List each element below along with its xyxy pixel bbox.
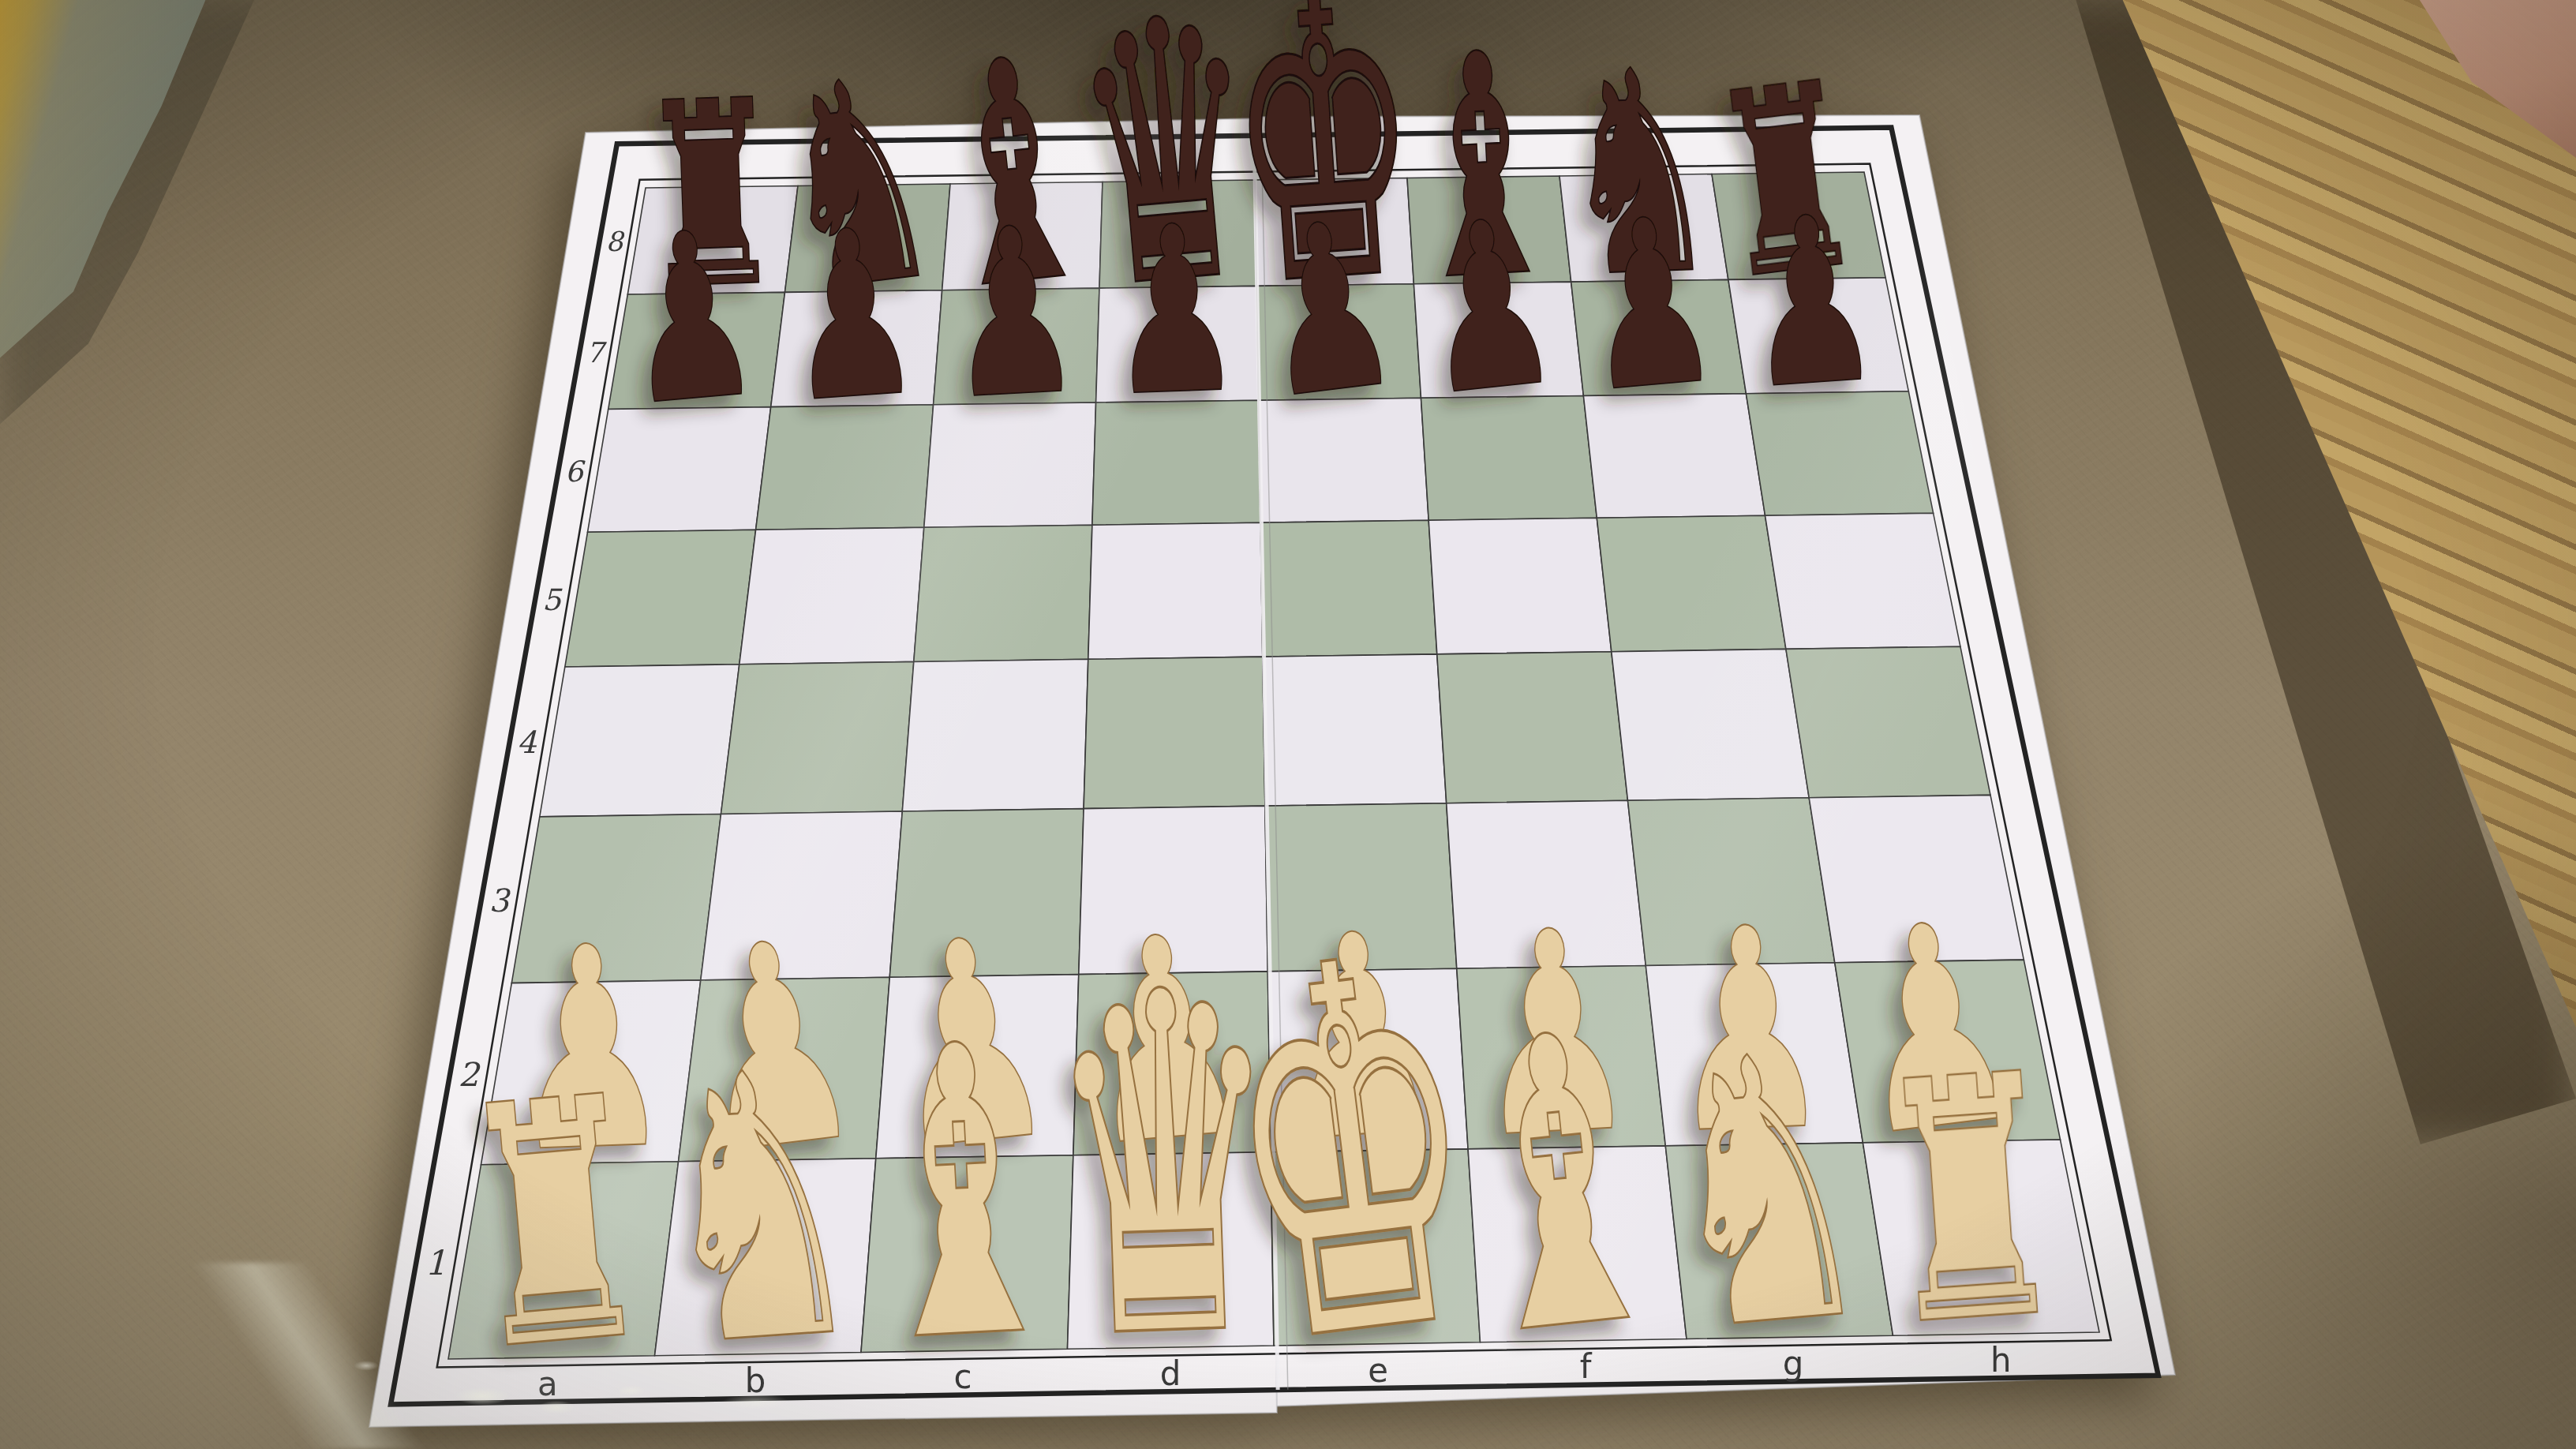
piece-black-pawn-c7: ♟ — [941, 177, 1086, 449]
chessboard-photo-scene: 87654321abcdefgh♜♞♝♛♚♝♞♜♟♟♟♟♟♟♟♟♟♟♟♟♟♟♟♟… — [0, 0, 2576, 1449]
piece-white-rook-h1: ♜ — [1866, 1003, 2076, 1398]
white-rook-glyph: ♜ — [1866, 1003, 2076, 1398]
black-pawn-glyph: ♟ — [1410, 168, 1568, 446]
white-rook-glyph: ♜ — [447, 1025, 664, 1423]
piece-white-knight-g1: ♞ — [1646, 975, 1885, 1412]
piece-black-pawn-f7: ♟ — [1410, 168, 1568, 446]
piece-black-pawn-a7: ♟ — [614, 180, 769, 456]
piece-black-pawn-d7: ♟ — [1104, 176, 1245, 446]
white-knight-glyph: ♞ — [1646, 975, 1885, 1412]
piece-white-rook-a1: ♜ — [447, 1025, 664, 1423]
black-pawn-glyph: ♟ — [777, 178, 927, 452]
black-pawn-glyph: ♟ — [1736, 165, 1886, 439]
black-pawn-glyph: ♟ — [1104, 176, 1245, 446]
black-pawn-glyph: ♟ — [941, 177, 1086, 449]
piece-black-pawn-h7: ♟ — [1736, 165, 1886, 439]
piece-white-knight-b1: ♞ — [643, 992, 874, 1426]
black-pawn-glyph: ♟ — [614, 180, 769, 456]
chessboard: 87654321abcdefgh♜♞♝♛♚♝♞♜♟♟♟♟♟♟♟♟♟♟♟♟♟♟♟♟… — [0, 0, 2576, 1449]
piece-black-pawn-g7: ♟ — [1573, 167, 1728, 443]
white-bishop-glyph: ♝ — [849, 959, 1076, 1429]
piece-white-bishop-c1: ♝ — [849, 959, 1076, 1429]
black-pawn-glyph: ♟ — [1573, 167, 1728, 443]
white-knight-glyph: ♞ — [643, 992, 874, 1426]
piece-black-pawn-b7: ♟ — [777, 178, 927, 452]
